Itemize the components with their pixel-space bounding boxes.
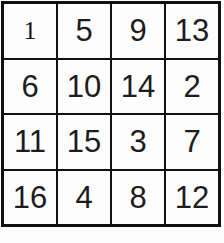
grid-cell-r3c4: 7	[166, 115, 218, 169]
grid-cell-r1c1: 1	[4, 4, 56, 58]
grid-cell-r3c3: 3	[112, 115, 164, 169]
number-grid-board: 15913610142111537164812	[1, 1, 221, 227]
grid-cell-r1c2: 5	[58, 4, 110, 58]
grid-cell-r3c1: 11	[4, 115, 56, 169]
grid-cell-r2c1: 6	[4, 60, 56, 114]
grid-cell-r4c4: 12	[166, 171, 218, 225]
grid-cell-r1c3: 9	[112, 4, 164, 58]
bottom-margin	[0, 227, 224, 243]
grid-cell-r4c3: 8	[112, 171, 164, 225]
grid-cell-r2c2: 10	[58, 60, 110, 114]
grid-cell-r4c2: 4	[58, 171, 110, 225]
grid-cell-r4c1: 16	[4, 171, 56, 225]
grid-cell-r3c2: 15	[58, 115, 110, 169]
grid-cell-r1c4: 13	[166, 4, 218, 58]
grid-cell-r2c4: 2	[166, 60, 218, 114]
grid-cell-r2c3: 14	[112, 60, 164, 114]
